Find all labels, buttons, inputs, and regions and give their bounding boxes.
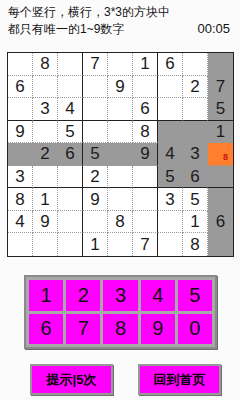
cell-digit: 6 [15, 78, 24, 95]
cell-r3c3[interactable]: 4 [58, 98, 83, 121]
numpad-key-4[interactable]: 4 [141, 280, 175, 311]
cell-r4c1[interactable]: 9 [8, 121, 33, 144]
cell-r4c2[interactable] [33, 121, 58, 144]
cell-r1c1[interactable] [8, 53, 33, 76]
cell-r6c3[interactable] [58, 166, 83, 189]
cell-r9c7[interactable] [158, 233, 183, 256]
numpad-key-0[interactable]: 0 [178, 314, 212, 345]
numpad-key-1[interactable]: 1 [29, 280, 63, 311]
cell-digit: 1 [40, 191, 49, 208]
cell-digit: 1 [216, 123, 225, 140]
rule-text-line1: 每个竖行，横行，3*3的方块中 [8, 4, 170, 21]
cell-r8c1[interactable]: 4 [8, 211, 33, 234]
cell-r6c6[interactable] [133, 166, 158, 189]
cell-r3c6[interactable]: 6 [133, 98, 158, 121]
cell-r9c5[interactable] [108, 233, 133, 256]
cell-r1c5[interactable] [108, 53, 133, 76]
cell-digit: 1 [140, 55, 149, 72]
cell-digit: 8 [190, 236, 199, 253]
cell-digit: 3 [190, 145, 199, 162]
numpad-key-8[interactable]: 8 [103, 314, 137, 345]
cell-digit: 5 [90, 145, 99, 162]
cell-r9c4[interactable]: 1 [83, 233, 108, 256]
cell-r7c1[interactable]: 8 [8, 188, 33, 211]
cell-r8c3[interactable] [58, 211, 83, 234]
cell-digit: 7 [140, 236, 149, 253]
cell-digit: 9 [140, 145, 149, 162]
cell-digit: 3 [15, 168, 24, 185]
numpad-key-2[interactable]: 2 [66, 280, 100, 311]
cell-r6c1[interactable]: 3 [8, 166, 33, 189]
numpad-key-5[interactable]: 5 [178, 280, 212, 311]
cell-r2c7[interactable] [158, 76, 183, 99]
cell-digit: 6 [140, 100, 149, 117]
cell-digit: 6 [216, 213, 225, 230]
cell-digit: 5 [165, 168, 174, 185]
numpad-key-7[interactable]: 7 [66, 314, 100, 345]
cell-r7c6[interactable] [133, 188, 158, 211]
cell-r3c5[interactable] [108, 98, 133, 121]
cell-r5c3[interactable]: 6 [58, 143, 83, 166]
cell-r2c4[interactable] [83, 76, 108, 99]
app-screen: 每个竖行，横行，3*3的方块中 都只有唯一的1~9数字 00:05 871669… [0, 0, 240, 400]
numpad-key-6[interactable]: 6 [29, 314, 63, 345]
cell-digit: 2 [190, 78, 199, 95]
cell-r5c9[interactable]: 8 [208, 143, 233, 166]
cell-digit: 8 [140, 123, 149, 140]
cell-digit: 5 [216, 100, 225, 117]
cell-r4c9[interactable]: 1 [208, 121, 233, 144]
cell-digit: 9 [15, 123, 24, 140]
cell-digit: 6 [65, 145, 74, 162]
cell-r3c4[interactable] [83, 98, 108, 121]
cell-r2c6[interactable] [133, 76, 158, 99]
numpad: 1234567890 [24, 275, 217, 349]
cell-r9c2[interactable] [33, 233, 58, 256]
cell-r8c6[interactable] [133, 211, 158, 234]
cell-r2c3[interactable] [58, 76, 83, 99]
cell-r8c9[interactable]: 6 [208, 211, 233, 234]
cell-r1c6[interactable]: 1 [133, 53, 158, 76]
cell-r8c7[interactable] [158, 211, 183, 234]
cell-digit: 6 [190, 168, 199, 185]
cell-r7c7[interactable]: 3 [158, 188, 183, 211]
cell-r7c9[interactable] [208, 188, 233, 211]
cell-r2c2[interactable] [33, 76, 58, 99]
cell-r2c9[interactable]: 7 [208, 76, 233, 99]
cell-r9c1[interactable] [8, 233, 33, 256]
cell-r9c9[interactable] [208, 233, 233, 256]
cell-r5c2[interactable]: 2 [33, 143, 58, 166]
cell-r1c4[interactable]: 7 [83, 53, 108, 76]
sudoku-board: 8716692734659581265943832568193549816178 [7, 52, 234, 257]
cell-r4c6[interactable]: 8 [133, 121, 158, 144]
cell-digit: 8 [15, 191, 24, 208]
rule-text-line2: 都只有唯一的1~9数字 [8, 21, 124, 38]
cell-r5c1[interactable] [8, 143, 33, 166]
cell-r6c5[interactable] [108, 166, 133, 189]
cell-digit: 7 [90, 55, 99, 72]
cell-r1c3[interactable] [58, 53, 83, 76]
pencil-digit: 8 [223, 153, 228, 162]
cell-r6c7[interactable]: 5 [158, 166, 183, 189]
rule-row: 都只有唯一的1~9数字 00:05 [8, 21, 230, 38]
cell-r8c4[interactable] [83, 211, 108, 234]
cell-digit: 8 [40, 55, 49, 72]
cell-digit: 8 [115, 213, 124, 230]
cell-digit: 4 [15, 213, 24, 230]
cell-digit: 3 [40, 100, 49, 117]
cell-r8c2[interactable]: 9 [33, 211, 58, 234]
cell-r8c5[interactable]: 8 [108, 211, 133, 234]
cell-digit: 9 [90, 191, 99, 208]
cell-r5c5[interactable] [108, 143, 133, 166]
cell-r2c1[interactable]: 6 [8, 76, 33, 99]
cell-r1c8[interactable] [183, 53, 208, 76]
cell-r3c1[interactable] [8, 98, 33, 121]
cell-r2c8[interactable]: 2 [183, 76, 208, 99]
cell-r3c7[interactable] [158, 98, 183, 121]
cell-r7c2[interactable]: 1 [33, 188, 58, 211]
cell-r1c2[interactable]: 8 [33, 53, 58, 76]
cell-digit: 4 [165, 145, 174, 162]
cell-r9c8[interactable]: 8 [183, 233, 208, 256]
cell-r5c6[interactable]: 9 [133, 143, 158, 166]
cell-r9c3[interactable] [58, 233, 83, 256]
cell-r6c8[interactable]: 6 [183, 166, 208, 189]
cell-r1c9[interactable] [208, 53, 233, 76]
numpad-key-3[interactable]: 3 [103, 280, 137, 311]
cell-r6c4[interactable]: 2 [83, 166, 108, 189]
cell-r4c5[interactable] [108, 121, 133, 144]
cell-r4c7[interactable] [158, 121, 183, 144]
cell-r4c4[interactable] [83, 121, 108, 144]
cell-digit: 4 [65, 100, 74, 117]
cell-r7c3[interactable] [58, 188, 83, 211]
cell-r8c8[interactable]: 1 [183, 211, 208, 234]
cell-r7c4[interactable]: 9 [83, 188, 108, 211]
cell-r2c5[interactable]: 9 [108, 76, 133, 99]
cell-r1c7[interactable]: 6 [158, 53, 183, 76]
cell-r4c8[interactable] [183, 121, 208, 144]
cell-digit: 5 [65, 123, 74, 140]
cell-r5c8[interactable]: 3 [183, 143, 208, 166]
cell-digit: 1 [90, 236, 99, 253]
cell-r6c2[interactable] [33, 166, 58, 189]
cell-r7c5[interactable] [108, 188, 133, 211]
cell-digit: 1 [190, 213, 199, 230]
cell-r4c3[interactable]: 5 [58, 121, 83, 144]
cell-r7c8[interactable]: 5 [183, 188, 208, 211]
home-button[interactable]: 回到首页 [138, 364, 221, 395]
cell-r3c9[interactable]: 5 [208, 98, 233, 121]
cell-r3c8[interactable] [183, 98, 208, 121]
cell-digit: 9 [40, 213, 49, 230]
hint-button[interactable]: 提示|5次 [30, 364, 113, 395]
cell-r6c9[interactable] [208, 166, 233, 189]
cell-digit: 6 [165, 55, 174, 72]
cell-r5c4[interactable]: 5 [83, 143, 108, 166]
cell-digit: 7 [216, 78, 225, 95]
cell-digit: 5 [190, 191, 199, 208]
cell-r9c6[interactable]: 7 [133, 233, 158, 256]
cell-digit: 2 [40, 145, 49, 162]
numpad-key-9[interactable]: 9 [141, 314, 175, 345]
cell-digit: 9 [115, 78, 124, 95]
cell-digit: 2 [90, 168, 99, 185]
timer: 00:05 [197, 21, 230, 36]
cell-r3c2[interactable]: 3 [33, 98, 58, 121]
cell-digit: 3 [165, 191, 174, 208]
cell-r5c7[interactable]: 4 [158, 143, 183, 166]
